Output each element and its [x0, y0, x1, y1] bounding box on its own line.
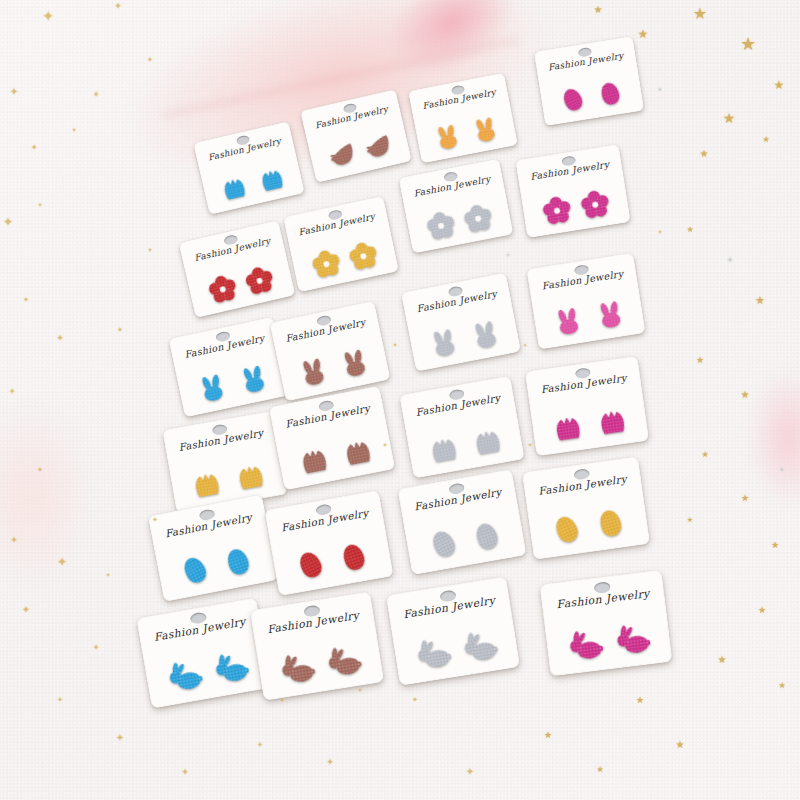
earring-card-silver-tulip: Fashion Jewelry [399, 375, 525, 478]
sparkle-star-icon: ✦ [505, 252, 510, 258]
earring-pair [202, 157, 303, 209]
earring-stud-right [470, 114, 500, 145]
sparkle-star-icon: ★ [696, 356, 704, 365]
sparkle-star-icon: ★ [741, 390, 750, 400]
earring-stud-right [340, 435, 374, 468]
sparkle-star-icon: ✦ [56, 334, 64, 343]
earring-pair [292, 234, 397, 287]
earring-card-red-flower: Fashion Jewelry [178, 220, 295, 318]
earring-pair [540, 73, 642, 120]
earring-stud-left [177, 551, 214, 590]
sparkle-star-icon: ★ [686, 226, 693, 234]
sparkle-star-icon: ★ [687, 517, 693, 524]
earring-stud-right [337, 539, 371, 576]
earring-card-magenta-rabbit: Fashion Jewelry [539, 569, 673, 676]
earring-stud-right [596, 78, 625, 110]
earring-stud-right [256, 164, 287, 193]
earring-stud-left [218, 173, 249, 202]
sparkle-star-icon: ★ [740, 35, 756, 53]
sparkle-star-icon: ✦ [392, 342, 397, 348]
sparkle-star-icon: ✦ [10, 87, 18, 97]
earring-pair [278, 427, 394, 483]
earring-pair [170, 452, 285, 506]
sparkle-star-icon: ✦ [93, 644, 100, 652]
sparkle-star-icon: ★ [758, 606, 766, 615]
sparkle-star-icon: ✦ [57, 556, 67, 568]
earring-pair [406, 512, 525, 568]
sparkle-star-icon: ✦ [147, 247, 152, 253]
earring-card-amber-bunny: Fashion Jewelry [408, 72, 518, 163]
sparkle-star-icon: ✦ [105, 572, 110, 578]
earring-pair [394, 622, 518, 679]
sparkle-star-icon: ★ [693, 6, 707, 22]
sparkle-star-icon: ✦ [523, 343, 527, 348]
earring-stud-left [427, 326, 460, 360]
sparkle-star-icon: ✦ [412, 697, 418, 704]
earring-stud-right [346, 239, 379, 272]
earring-stud-left [540, 194, 573, 227]
earring-stud-left [412, 636, 453, 671]
earring-stud-left [292, 546, 328, 585]
sparkle-star-icon: ★ [778, 682, 785, 690]
sparkle-star-icon: ★ [755, 295, 765, 306]
sparkle-star-icon: ★ [741, 494, 749, 503]
sparkle-star-icon: ✦ [93, 91, 100, 99]
earring-stud-left [565, 628, 605, 662]
earring-stud-left [189, 467, 223, 499]
sparkle-star-icon: ★ [596, 766, 603, 774]
sparkle-star-icon: ✦ [71, 127, 76, 133]
earring-pair [522, 183, 629, 232]
sparkle-star-icon: ✦ [181, 768, 189, 777]
earring-stud-left [426, 432, 460, 464]
sparkle-star-icon: ✦ [23, 297, 29, 304]
sparkle-star-icon: ★ [594, 5, 603, 15]
sparkle-star-icon: ✦ [779, 467, 785, 474]
earring-stud-right [612, 622, 652, 656]
earring-stud-left [549, 510, 585, 549]
earring-stud-left [425, 525, 461, 564]
sparkle-star-icon: ★ [544, 731, 552, 740]
earring-stud-right [242, 264, 275, 297]
earring-stud-left [424, 209, 457, 242]
sparkle-star-icon: ★ [718, 655, 727, 665]
sparkle-star-icon: ✦ [657, 229, 662, 235]
sparkle-star-icon: ★ [701, 451, 708, 459]
earring-card-blue-tulip: Fashion Jewelry [193, 121, 305, 215]
earring-stud-right [221, 543, 255, 580]
earring-stud-right [323, 644, 364, 679]
earring-stud-right [461, 202, 494, 235]
earring-card-silver-bunny: Fashion Jewelry [401, 272, 522, 372]
sparkle-star-icon: ✦ [117, 327, 123, 334]
sparkle-star-icon: ✦ [326, 758, 334, 767]
sparkle-star-icon: ✦ [37, 202, 42, 208]
pink-tint-bottom-left [0, 396, 96, 596]
sparkle-star-icon: ✦ [726, 256, 734, 265]
earring-pair [533, 293, 643, 343]
earring-card-rose-rabbit: Fashion Jewelry [250, 591, 385, 701]
earring-pair [416, 109, 516, 158]
sparkle-star-icon: ✦ [257, 742, 263, 749]
earring-stud-left [276, 651, 317, 686]
sparkle-star-icon: ✦ [147, 57, 153, 64]
sparkle-star-icon: ✦ [57, 697, 63, 704]
sparkle-star-icon: ★ [700, 149, 709, 159]
earring-card-red-egg: Fashion Jewelry [264, 490, 394, 597]
earring-stud-right [470, 518, 504, 555]
sparkle-star-icon: ★ [762, 136, 769, 144]
earring-card-magenta-tulip: Fashion Jewelry [525, 355, 650, 456]
sparkle-star-icon: ★ [676, 740, 685, 750]
sparkle-star-icon: ★ [774, 79, 785, 91]
earring-card-gold-flower: Fashion Jewelry [283, 195, 399, 292]
sparkle-star-icon: ✦ [657, 87, 663, 94]
earring-stud-left [550, 411, 584, 443]
earring-stud-right [593, 298, 626, 332]
earring-pair [145, 643, 270, 702]
product-photo: Fashion Jewelry Fashion Jewelry Fashion … [0, 0, 800, 800]
earring-card-magenta-flower: Fashion Jewelry [515, 144, 631, 239]
earring-pair [157, 537, 276, 595]
sparkle-star-icon: ★ [723, 111, 736, 125]
sparkle-star-icon: ✦ [116, 733, 124, 743]
earring-stud-left [325, 140, 358, 170]
earring-stud-right [595, 405, 629, 437]
pink-feather-right-icon [748, 368, 800, 508]
sparkle-star-icon: ✦ [31, 144, 38, 152]
earring-card-blue-egg: Fashion Jewelry [148, 494, 279, 602]
sparkle-star-icon: ✦ [37, 467, 43, 474]
earring-stud-right [578, 188, 611, 221]
earring-card-gold-egg: Fashion Jewelry [522, 456, 651, 560]
earring-stud-left [309, 247, 342, 280]
earring-card-magenta-egg: Fashion Jewelry [534, 36, 645, 126]
earring-stud-right [210, 650, 251, 686]
sparkle-star-icon: ✦ [22, 605, 30, 615]
sparkle-star-icon: ★ [638, 28, 649, 40]
earring-stud-right [233, 459, 267, 491]
earring-stud-right [337, 346, 371, 380]
earring-card-silver-rabbit: Fashion Jewelry [386, 576, 521, 686]
earring-stud-left [557, 83, 588, 116]
earring-pair [407, 196, 512, 247]
earring-stud-left [195, 371, 229, 405]
earring-pair [532, 398, 648, 449]
earring-stud-right [459, 629, 500, 664]
earring-pair [258, 637, 382, 694]
sparkle-star-icon: ✦ [357, 687, 362, 693]
earring-stud-right [594, 505, 627, 542]
earring-stud-right [236, 362, 270, 396]
sparkle-star-icon: ★ [771, 541, 779, 550]
earring-pair [188, 258, 294, 312]
earring-stud-left [164, 658, 205, 694]
earring-pair [273, 533, 392, 589]
earring-pair [309, 125, 410, 177]
earring-pair [178, 356, 288, 411]
earring-card-rose-hen: Fashion Jewelry [300, 89, 412, 183]
earring-stud-right [361, 132, 394, 162]
sparkle-star-icon: ✦ [42, 9, 54, 23]
earring-pair [409, 312, 519, 365]
sparkle-star-icon: ✦ [9, 388, 16, 396]
sparkle-star-icon: ★ [636, 696, 644, 705]
earring-stud-left [296, 443, 330, 476]
earring-card-silver-egg: Fashion Jewelry [397, 469, 527, 576]
earring-card-silver-flower: Fashion Jewelry [398, 158, 513, 254]
sparkle-star-icon: ✦ [466, 767, 474, 777]
earring-stud-left [551, 304, 584, 338]
earring-card-rose-tulip: Fashion Jewelry [268, 385, 395, 490]
sparkle-star-icon: ✦ [3, 216, 13, 228]
earring-stud-left [205, 272, 238, 305]
earring-card-pink-bunny: Fashion Jewelry [526, 252, 646, 350]
earring-stud-right [470, 424, 504, 456]
earring-stud-right [468, 318, 501, 352]
earring-stud-left [432, 121, 462, 152]
sparkle-star-icon: ✦ [527, 442, 532, 448]
earring-pair [546, 616, 671, 669]
earring-pair [529, 500, 648, 553]
earring-card-gold-tulip: Fashion Jewelry [162, 410, 288, 513]
earring-stud-left [296, 355, 330, 389]
sparkle-star-icon: ✦ [114, 2, 122, 11]
earring-pair [407, 417, 522, 471]
sparkle-star-icon: ✦ [10, 536, 18, 545]
